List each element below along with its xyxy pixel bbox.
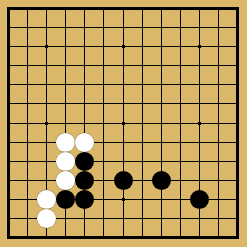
go-board[interactable]: [9, 9, 238, 238]
stone-black[interactable]: [75, 190, 94, 209]
stone-white[interactable]: [56, 171, 75, 190]
stone-black[interactable]: [75, 152, 94, 171]
stone-black[interactable]: [190, 190, 209, 209]
stone-black[interactable]: [56, 190, 75, 209]
stone-white[interactable]: [56, 133, 75, 152]
stone-white[interactable]: [75, 133, 94, 152]
go-diagram: [0, 0, 247, 247]
stones-layer: [0, 0, 247, 247]
stone-black[interactable]: [114, 171, 133, 190]
stone-white[interactable]: [37, 209, 56, 228]
stone-white[interactable]: [37, 190, 56, 209]
stone-black[interactable]: [152, 171, 171, 190]
stone-black[interactable]: [75, 171, 94, 190]
stone-white[interactable]: [56, 152, 75, 171]
